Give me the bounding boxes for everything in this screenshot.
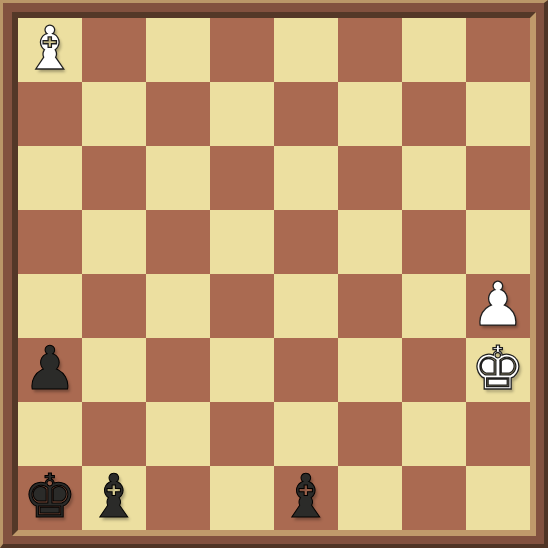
square-a5[interactable] — [18, 210, 82, 274]
square-g7[interactable] — [402, 82, 466, 146]
square-h2[interactable] — [466, 402, 530, 466]
square-f8[interactable] — [338, 18, 402, 82]
chess-board: ♝♟♟♚♚♝♝ — [18, 18, 530, 530]
square-f7[interactable] — [338, 82, 402, 146]
square-c6[interactable] — [146, 146, 210, 210]
square-f1[interactable] — [338, 466, 402, 530]
square-g8[interactable] — [402, 18, 466, 82]
square-h4[interactable]: ♟ — [466, 274, 530, 338]
board-bevel: ♝♟♟♚♚♝♝ — [12, 12, 536, 536]
square-b4[interactable] — [82, 274, 146, 338]
square-e8[interactable] — [274, 18, 338, 82]
square-a1[interactable]: ♚ — [18, 466, 82, 530]
square-a6[interactable] — [18, 146, 82, 210]
square-c2[interactable] — [146, 402, 210, 466]
square-e5[interactable] — [274, 210, 338, 274]
square-e2[interactable] — [274, 402, 338, 466]
white-bishop[interactable]: ♝ — [23, 18, 77, 78]
square-b1[interactable]: ♝ — [82, 466, 146, 530]
square-e7[interactable] — [274, 82, 338, 146]
square-c1[interactable] — [146, 466, 210, 530]
square-f6[interactable] — [338, 146, 402, 210]
black-pawn[interactable]: ♟ — [23, 338, 77, 398]
square-d8[interactable] — [210, 18, 274, 82]
square-b3[interactable] — [82, 338, 146, 402]
square-a7[interactable] — [18, 82, 82, 146]
square-h1[interactable] — [466, 466, 530, 530]
square-a2[interactable] — [18, 402, 82, 466]
square-e4[interactable] — [274, 274, 338, 338]
square-h3[interactable]: ♚ — [466, 338, 530, 402]
black-bishop[interactable]: ♝ — [279, 466, 333, 526]
square-b5[interactable] — [82, 210, 146, 274]
black-bishop[interactable]: ♝ — [87, 466, 141, 526]
white-king[interactable]: ♚ — [471, 338, 525, 398]
square-c3[interactable] — [146, 338, 210, 402]
square-c5[interactable] — [146, 210, 210, 274]
square-d7[interactable] — [210, 82, 274, 146]
square-f3[interactable] — [338, 338, 402, 402]
chess-board-frame: ♝♟♟♚♚♝♝ — [0, 0, 548, 548]
square-f2[interactable] — [338, 402, 402, 466]
square-a3[interactable]: ♟ — [18, 338, 82, 402]
square-g5[interactable] — [402, 210, 466, 274]
square-e3[interactable] — [274, 338, 338, 402]
square-d3[interactable] — [210, 338, 274, 402]
square-b6[interactable] — [82, 146, 146, 210]
square-g1[interactable] — [402, 466, 466, 530]
square-b7[interactable] — [82, 82, 146, 146]
square-h5[interactable] — [466, 210, 530, 274]
square-g3[interactable] — [402, 338, 466, 402]
square-g6[interactable] — [402, 146, 466, 210]
square-g4[interactable] — [402, 274, 466, 338]
square-b8[interactable] — [82, 18, 146, 82]
square-d5[interactable] — [210, 210, 274, 274]
square-c7[interactable] — [146, 82, 210, 146]
square-d1[interactable] — [210, 466, 274, 530]
square-h7[interactable] — [466, 82, 530, 146]
square-d4[interactable] — [210, 274, 274, 338]
square-d2[interactable] — [210, 402, 274, 466]
square-e1[interactable]: ♝ — [274, 466, 338, 530]
black-king[interactable]: ♚ — [23, 466, 77, 526]
square-b2[interactable] — [82, 402, 146, 466]
square-d6[interactable] — [210, 146, 274, 210]
square-f5[interactable] — [338, 210, 402, 274]
white-pawn[interactable]: ♟ — [471, 274, 525, 334]
square-a8[interactable]: ♝ — [18, 18, 82, 82]
square-c4[interactable] — [146, 274, 210, 338]
square-h6[interactable] — [466, 146, 530, 210]
square-c8[interactable] — [146, 18, 210, 82]
square-f4[interactable] — [338, 274, 402, 338]
square-g2[interactable] — [402, 402, 466, 466]
square-h8[interactable] — [466, 18, 530, 82]
square-e6[interactable] — [274, 146, 338, 210]
square-a4[interactable] — [18, 274, 82, 338]
